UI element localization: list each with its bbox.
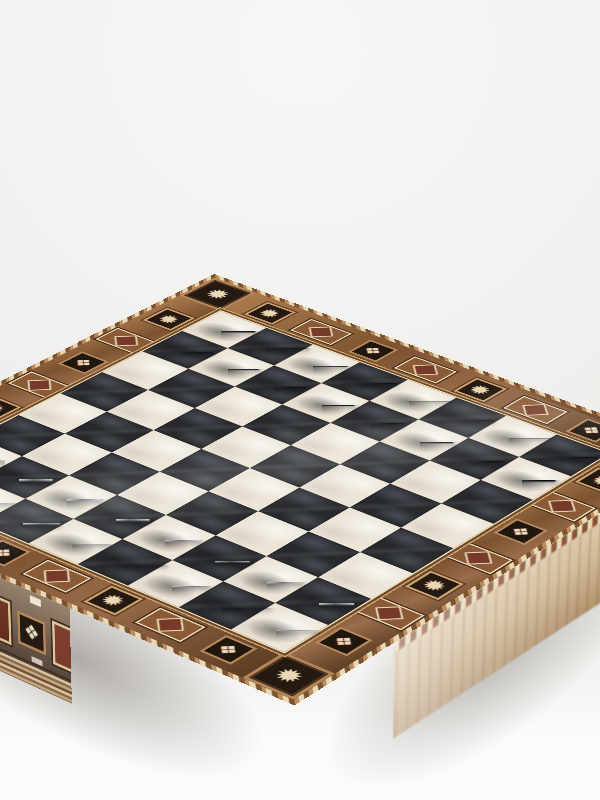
inlay-check-tile: ❖	[493, 518, 548, 545]
inlay-check-tile: ❖	[315, 627, 373, 656]
inlay-star-tile: ✹	[83, 585, 143, 615]
drawer-star-tile: ❖	[17, 610, 46, 655]
inlay-panel-tile	[528, 491, 596, 522]
inlay-check-tile: ❖	[58, 351, 109, 374]
inlay-star-tile: ✹	[405, 571, 464, 600]
piece-glyph: ♟	[471, 386, 572, 499]
drawer-star-tile: ✹	[150, 669, 180, 715]
inlay-check-tile: ❖	[199, 635, 257, 665]
chess-set-photo-scene: ✹❖✹❖ ✹❖✹❖ ✹❖✹❖ ✹❖✹❖ ✹ ✹ ✹ ✹ ♜♞♝♛♚♝♞♜♟♟♟♟…	[0, 0, 600, 800]
